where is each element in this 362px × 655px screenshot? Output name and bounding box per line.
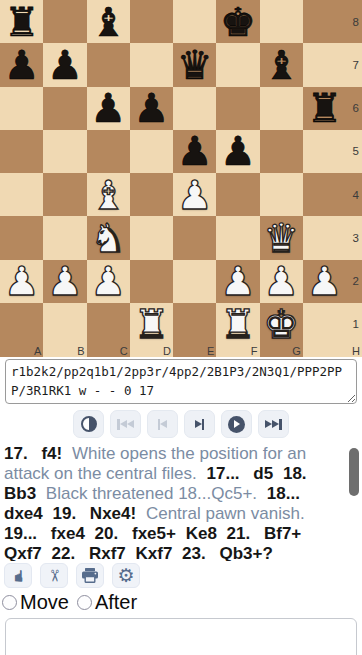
white-rook-f1: ♜ [220, 304, 256, 344]
step-back-button[interactable] [147, 410, 178, 438]
radio-after-option[interactable]: After [77, 591, 137, 614]
move-token[interactable]: 19... [4, 524, 37, 543]
square-e4[interactable]: ♟ [173, 173, 216, 216]
file-cell-b: B [43, 346, 86, 357]
step-forward-button[interactable] [184, 410, 215, 438]
white-pawn-e4: ♟ [177, 175, 213, 215]
move-token[interactable]: f4! [41, 444, 62, 463]
square-f4[interactable] [216, 173, 259, 216]
cut-button[interactable]: ✂ [40, 563, 68, 588]
square-b1[interactable] [43, 303, 86, 346]
moves-scrollbar-thumb[interactable] [349, 448, 359, 496]
rank-label-1: 1 [346, 303, 362, 346]
move-token[interactable]: Ke8 [186, 524, 217, 543]
move-token[interactable]: Qxf7 [4, 544, 42, 561]
white-pawn-g2: ♟ [263, 261, 299, 301]
black-rook-a8: ♜ [4, 2, 40, 42]
comment-mode-options: Move After [2, 591, 362, 614]
rank-labels: 87654321 [346, 0, 362, 346]
square-c1[interactable] [87, 303, 130, 346]
black-rook-h6: ♜ [306, 88, 342, 128]
move-token[interactable]: 18. [283, 464, 307, 483]
move-token[interactable]: Bb3 [4, 484, 36, 503]
move-token[interactable]: 17. [4, 444, 28, 463]
square-g3[interactable]: ♛ [260, 216, 303, 259]
radio-move-option[interactable]: Move [2, 591, 69, 614]
contrast-toggle-button[interactable] [73, 410, 104, 438]
white-pawn-c2: ♟ [90, 261, 126, 301]
square-a3[interactable] [0, 216, 43, 259]
radio-after-label: After [95, 591, 137, 614]
move-token[interactable]: Rxf7 [89, 544, 126, 561]
square-c4[interactable]: ♝ [87, 173, 130, 216]
file-label-h: H [346, 346, 362, 357]
file-cell-f: F [216, 346, 259, 357]
move-token[interactable]: 23. [182, 544, 206, 561]
square-d5[interactable] [130, 130, 173, 173]
black-pawn-e5: ♟ [177, 131, 213, 171]
square-g1[interactable]: ♚ [260, 303, 303, 346]
square-d1[interactable]: ♜ [130, 303, 173, 346]
square-b3[interactable] [43, 216, 86, 259]
chess-analysis-app: ♜♝♚♟♟♛♝♟♟♜♟♟♝♟♞♛♟♟♟♟♟♟♜♜♚ 87654321 ABCDE… [0, 0, 362, 655]
square-a8[interactable]: ♜ [0, 0, 43, 43]
move-token[interactable]: Kxf7 [136, 544, 173, 561]
white-pawn-b2: ♟ [47, 261, 83, 301]
square-f5[interactable]: ♟ [216, 130, 259, 173]
white-pawn-h2: ♟ [306, 261, 342, 301]
square-h7[interactable] [303, 43, 346, 86]
square-a5[interactable] [0, 130, 43, 173]
square-c5[interactable] [87, 130, 130, 173]
square-f7[interactable] [216, 43, 259, 86]
move-token[interactable]: Nxe4! [90, 504, 136, 523]
black-pawn-c6: ♟ [90, 88, 126, 128]
file-cell-d: D [130, 346, 173, 357]
half-circle-icon [81, 416, 97, 432]
square-d7[interactable] [130, 43, 173, 86]
square-a1[interactable] [0, 303, 43, 346]
move-token[interactable]: 22. [52, 544, 76, 561]
white-queen-g3: ♛ [263, 218, 299, 258]
fen-input[interactable]: r1b2k2/pp2q1b1/2pp3r/4pp2/2B1P3/2N3Q1/PP… [5, 359, 357, 404]
rank-label-5: 5 [346, 130, 362, 173]
square-d6[interactable]: ♟ [130, 87, 173, 130]
gear-icon: ⚙ [117, 566, 134, 585]
chess-board-area: ♜♝♚♟♟♛♝♟♟♜♟♟♝♟♞♛♟♟♟♟♟♟♜♜♚ 87654321 ABCDE… [0, 0, 362, 357]
move-token[interactable]: 17... [207, 464, 240, 483]
play-circle-icon [228, 416, 245, 433]
white-pawn-f2: ♟ [220, 261, 256, 301]
move-token[interactable]: dxe4 [4, 504, 43, 523]
square-e5[interactable]: ♟ [173, 130, 216, 173]
move-comment: Central pawn vanish. [146, 504, 305, 523]
square-g6[interactable] [260, 87, 303, 130]
scissors-icon: ✂ [46, 569, 62, 582]
file-labels: ABCDEFGH [0, 346, 362, 357]
skip-to-end-button[interactable] [258, 410, 289, 438]
square-h1[interactable] [303, 303, 346, 346]
rank-label-8: 8 [346, 0, 362, 43]
square-h8[interactable] [303, 0, 346, 43]
print-button[interactable] [76, 563, 104, 588]
file-cell-e: E [173, 346, 216, 357]
square-f8[interactable]: ♚ [216, 0, 259, 43]
black-queen-e7: ♛ [177, 45, 213, 85]
square-h6[interactable]: ♜ [303, 87, 346, 130]
square-e1[interactable] [173, 303, 216, 346]
square-g7[interactable]: ♝ [260, 43, 303, 86]
skip-to-start-button[interactable] [110, 410, 141, 438]
square-h5[interactable] [303, 130, 346, 173]
move-token[interactable]: d5 [253, 464, 273, 483]
square-f6[interactable] [216, 87, 259, 130]
square-g8[interactable] [260, 0, 303, 43]
annotation-toolbar: ☚ ✂ ⚙ [4, 563, 362, 588]
move-token[interactable]: fxe4 [51, 524, 85, 543]
square-f2[interactable]: ♟ [216, 260, 259, 303]
black-bishop-g7: ♝ [263, 45, 299, 85]
square-d4[interactable] [130, 173, 173, 216]
square-d8[interactable] [130, 0, 173, 43]
rank-label-4: 4 [346, 173, 362, 216]
black-pawn-d6: ♟ [133, 88, 169, 128]
white-bishop-c4: ♝ [90, 175, 126, 215]
radio-move[interactable] [2, 595, 17, 610]
move-token[interactable]: 21. [227, 524, 251, 543]
square-e6[interactable] [173, 87, 216, 130]
square-g2[interactable]: ♟ [260, 260, 303, 303]
black-king-f8: ♚ [220, 2, 256, 42]
black-pawn-b7: ♟ [47, 45, 83, 85]
move-token[interactable]: Qb3+? [219, 544, 272, 561]
square-b8[interactable] [43, 0, 86, 43]
white-king-g1: ♚ [263, 304, 299, 344]
square-a4[interactable] [0, 173, 43, 216]
square-f1[interactable]: ♜ [216, 303, 259, 346]
square-b4[interactable] [43, 173, 86, 216]
rank-label-3: 3 [346, 216, 362, 259]
file-cell-h [303, 346, 346, 357]
black-pawn-a7: ♟ [4, 45, 40, 85]
square-e3[interactable] [173, 216, 216, 259]
square-b2[interactable]: ♟ [43, 260, 86, 303]
white-rook-d1: ♜ [133, 304, 169, 344]
move-token[interactable]: fxe5+ [132, 524, 176, 543]
move-token[interactable]: Bf7+ [264, 524, 301, 543]
move-comment: Black threatened 18...Qc5+. [46, 484, 257, 503]
rank-label-6: 6 [346, 87, 362, 130]
settings-button[interactable]: ⚙ [112, 563, 140, 588]
white-knight-c3: ♞ [90, 218, 126, 258]
square-e2[interactable] [173, 260, 216, 303]
nav-button-row [0, 410, 362, 438]
skip-end-icon [265, 419, 282, 430]
square-e7[interactable]: ♛ [173, 43, 216, 86]
square-b5[interactable] [43, 130, 86, 173]
square-g4[interactable] [260, 173, 303, 216]
step-back-icon [158, 419, 168, 430]
step-forward-icon [195, 419, 205, 430]
move-token[interactable]: 19. [52, 504, 76, 523]
square-h3[interactable] [303, 216, 346, 259]
square-d2[interactable] [130, 260, 173, 303]
comment-input[interactable] [5, 618, 357, 655]
skip-start-icon [117, 419, 134, 430]
file-cell-g: G [260, 346, 303, 357]
rank-label-7: 7 [346, 43, 362, 86]
file-cell-c: C [87, 346, 130, 357]
square-g5[interactable] [260, 130, 303, 173]
square-h2[interactable]: ♟ [303, 260, 346, 303]
file-cell-a: A [0, 346, 43, 357]
square-c7[interactable] [87, 43, 130, 86]
square-e8[interactable] [173, 0, 216, 43]
square-d3[interactable] [130, 216, 173, 259]
white-pawn-a2: ♟ [4, 261, 40, 301]
move-token[interactable]: 18... [267, 484, 300, 503]
square-c6[interactable]: ♟ [87, 87, 130, 130]
rank-label-2: 2 [346, 260, 362, 303]
radio-after[interactable] [77, 595, 92, 610]
square-c8[interactable]: ♝ [87, 0, 130, 43]
printer-icon [81, 568, 99, 583]
square-c2[interactable]: ♟ [87, 260, 130, 303]
autoplay-button[interactable] [221, 410, 252, 438]
chess-board: ♜♝♚♟♟♛♝♟♟♜♟♟♝♟♞♛♟♟♟♟♟♟♜♜♚ [0, 0, 346, 346]
hand-icon: ☚ [10, 568, 26, 582]
hand-button[interactable]: ☚ [4, 563, 32, 588]
square-b6[interactable] [43, 87, 86, 130]
square-c3[interactable]: ♞ [87, 216, 130, 259]
square-a6[interactable] [0, 87, 43, 130]
square-a2[interactable]: ♟ [0, 260, 43, 303]
move-token[interactable]: 20. [95, 524, 119, 543]
black-bishop-c8: ♝ [90, 2, 126, 42]
square-a7[interactable]: ♟ [0, 43, 43, 86]
square-h4[interactable] [303, 173, 346, 216]
square-b7[interactable]: ♟ [43, 43, 86, 86]
square-f3[interactable] [216, 216, 259, 259]
black-pawn-f5: ♟ [220, 131, 256, 171]
move-list-panel[interactable]: 17. f4! White opens the position for an … [0, 442, 362, 561]
radio-move-label: Move [20, 591, 69, 614]
